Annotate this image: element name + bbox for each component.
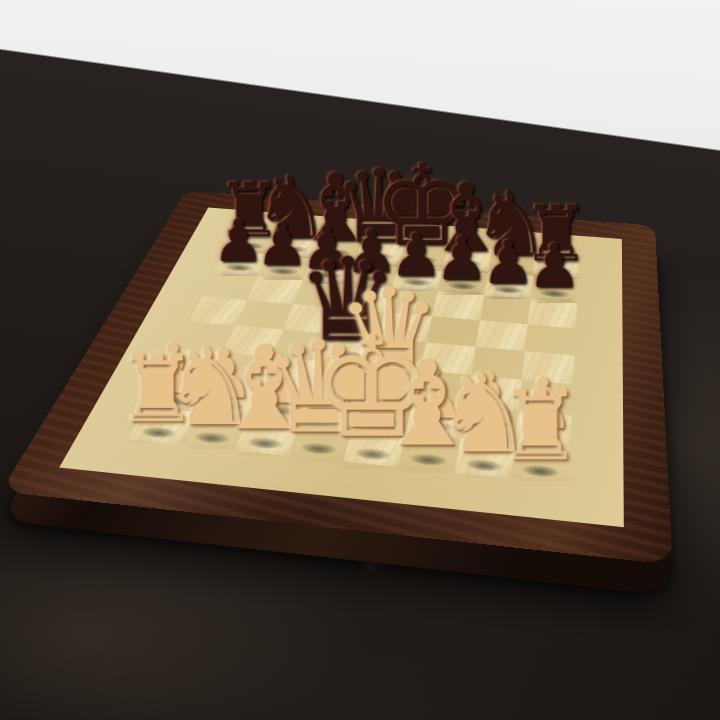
pawn-glyph: ♟	[481, 232, 534, 292]
board-squares-grid: ♜♞♝♛♚♝♞♜♟♟♟♟♟♟♟♟♛♛♟♟♟♟♟♟♟♟♜♞♝♛♚♝♞♜	[128, 229, 579, 484]
square-g7[interactable]: ♟	[484, 271, 533, 298]
square-f7[interactable]: ♟	[438, 268, 488, 295]
piece-black-pawn-h7[interactable]: ♟	[530, 275, 578, 303]
piece-black-pawn-g7[interactable]: ♟	[484, 271, 533, 298]
rook-glyph: ♜	[498, 378, 583, 475]
square-g5[interactable]	[475, 320, 527, 351]
pawn-glyph: ♟	[528, 236, 581, 296]
square-h1[interactable]: ♜	[511, 443, 570, 484]
square-h7[interactable]: ♟	[530, 275, 578, 303]
piece-black-pawn-f7[interactable]: ♟	[438, 268, 488, 295]
piece-white-rook-h1[interactable]: ♜	[511, 443, 570, 484]
pawn-glyph: ♟	[436, 229, 488, 289]
